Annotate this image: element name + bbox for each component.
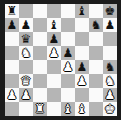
white-pawn: ♟ (105, 88, 116, 102)
square-c5[interactable] (33, 46, 47, 60)
square-c2[interactable] (33, 88, 47, 102)
square-c4[interactable] (33, 60, 47, 74)
square-d8[interactable] (47, 4, 61, 18)
black-rook: ♜ (7, 4, 18, 18)
white-pawn: ♟ (63, 60, 74, 74)
white-rook: ♜ (35, 102, 46, 116)
black-pawn: ♟ (49, 32, 60, 46)
square-g6[interactable] (89, 32, 103, 46)
white-bishop: ♝ (77, 102, 88, 116)
square-b6[interactable]: ♛ (19, 32, 33, 46)
white-king: ♚ (105, 102, 116, 116)
square-g8[interactable] (89, 4, 103, 18)
black-queen: ♛ (21, 32, 32, 46)
square-b8[interactable] (19, 4, 33, 18)
black-pawn: ♟ (21, 18, 32, 32)
square-d5[interactable]: ♟ (47, 46, 61, 60)
square-h4[interactable]: ♞ (103, 60, 117, 74)
square-h5[interactable] (103, 46, 117, 60)
square-g1[interactable] (89, 102, 103, 116)
square-f3[interactable]: ♟ (75, 74, 89, 88)
square-b2[interactable]: ♟ (19, 88, 33, 102)
black-king: ♚ (105, 4, 116, 18)
square-c6[interactable] (33, 32, 47, 46)
black-knight: ♞ (105, 60, 116, 74)
square-f2[interactable] (75, 88, 89, 102)
square-f8[interactable]: ♝ (75, 4, 89, 18)
square-a6[interactable] (5, 32, 19, 46)
black-pawn: ♟ (105, 18, 116, 32)
square-f7[interactable] (75, 18, 89, 32)
square-a3[interactable] (5, 74, 19, 88)
square-b3[interactable]: ♛ (19, 74, 33, 88)
square-f5[interactable] (75, 46, 89, 60)
square-c7[interactable] (33, 18, 47, 32)
white-pawn: ♟ (21, 88, 32, 102)
square-c1[interactable]: ♜ (33, 102, 47, 116)
square-a1[interactable] (5, 102, 19, 116)
square-d7[interactable]: ♝ (47, 18, 61, 32)
square-d3[interactable] (47, 74, 61, 88)
square-d2[interactable] (47, 88, 61, 102)
square-d4[interactable] (47, 60, 61, 74)
black-pawn: ♟ (77, 60, 88, 74)
square-g3[interactable] (89, 74, 103, 88)
square-f6[interactable] (75, 32, 89, 46)
square-f1[interactable]: ♝ (75, 102, 89, 116)
square-d6[interactable]: ♟ (47, 32, 61, 46)
square-h1[interactable]: ♚ (103, 102, 117, 116)
square-g7[interactable]: ♞ (89, 18, 103, 32)
square-b1[interactable] (19, 102, 33, 116)
square-a8[interactable]: ♜ (5, 4, 19, 18)
black-knight: ♞ (91, 18, 102, 32)
square-c3[interactable] (33, 74, 47, 88)
square-e2[interactable] (61, 88, 75, 102)
black-bishop: ♝ (77, 4, 88, 18)
white-pawn: ♟ (77, 74, 88, 88)
square-e7[interactable] (61, 18, 75, 32)
square-c8[interactable] (33, 4, 47, 18)
black-bishop: ♝ (49, 18, 60, 32)
square-a2[interactable]: ♟ (5, 88, 19, 102)
chess-board: ♜♝♚♟♟♝♞♟♛♟♞♟♟♟♟♞♛♟♞♟♟♟♜♝♝♚ (5, 4, 117, 116)
square-e1[interactable]: ♝ (61, 102, 75, 116)
square-e4[interactable]: ♟ (61, 60, 75, 74)
square-b5[interactable]: ♞ (19, 46, 33, 60)
white-bishop: ♝ (63, 102, 74, 116)
square-d1[interactable] (47, 102, 61, 116)
square-e5[interactable]: ♟ (61, 46, 75, 60)
square-e8[interactable] (61, 4, 75, 18)
square-e3[interactable] (61, 74, 75, 88)
square-g4[interactable] (89, 60, 103, 74)
square-e6[interactable] (61, 32, 75, 46)
white-pawn: ♟ (49, 46, 60, 60)
square-a4[interactable] (5, 60, 19, 74)
white-knight: ♞ (21, 46, 32, 60)
black-pawn: ♟ (63, 46, 74, 60)
board-frame: ♜♝♚♟♟♝♞♟♛♟♞♟♟♟♟♞♛♟♞♟♟♟♜♝♝♚ (0, 0, 121, 120)
square-h7[interactable]: ♟ (103, 18, 117, 32)
square-a5[interactable] (5, 46, 19, 60)
square-g2[interactable] (89, 88, 103, 102)
white-queen: ♛ (21, 74, 32, 88)
square-h8[interactable]: ♚ (103, 4, 117, 18)
square-g5[interactable] (89, 46, 103, 60)
square-f4[interactable]: ♟ (75, 60, 89, 74)
square-h6[interactable] (103, 32, 117, 46)
square-h2[interactable]: ♟ (103, 88, 117, 102)
square-h3[interactable]: ♞ (103, 74, 117, 88)
white-knight: ♞ (105, 74, 116, 88)
square-b7[interactable]: ♟ (19, 18, 33, 32)
square-b4[interactable] (19, 60, 33, 74)
white-pawn: ♟ (7, 88, 18, 102)
black-pawn: ♟ (7, 18, 18, 32)
square-a7[interactable]: ♟ (5, 18, 19, 32)
